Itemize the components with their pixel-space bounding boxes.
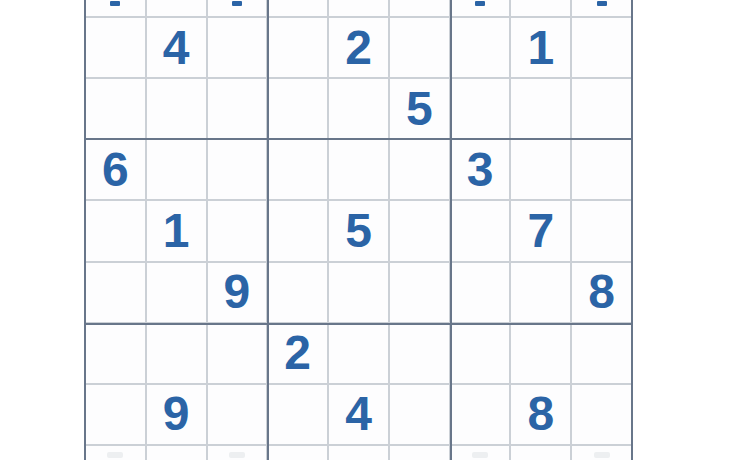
sudoku-cell-r2c3[interactable] [208,18,267,77]
sudoku-cell-r1c5[interactable] [329,0,388,16]
sudoku-cell-r3c1[interactable] [86,79,145,138]
sudoku-cell-r2c7[interactable] [451,18,510,77]
sudoku-cell-r7c7[interactable] [451,324,510,383]
cut-off-digit-fragment [107,452,123,458]
sudoku-cell-r8c6[interactable] [390,385,449,444]
given-digit: 8 [588,268,615,316]
given-digit: 4 [345,390,372,438]
sudoku-cell-r7c6[interactable] [390,324,449,383]
given-digit: 2 [345,24,372,72]
sudoku-cell-r8c5[interactable]: 4 [329,385,388,444]
sudoku-cell-r3c9[interactable] [572,79,631,138]
sudoku-cell-r2c1[interactable] [86,18,145,77]
sudoku-cell-r6c2[interactable] [147,263,206,322]
given-digit: 1 [163,207,190,255]
sudoku-cell-r2c8[interactable]: 1 [511,18,570,77]
sudoku-cell-r8c3[interactable] [208,385,267,444]
sudoku-cell-r6c8[interactable] [511,263,570,322]
sudoku-cell-r9c6[interactable] [390,446,449,460]
box-boundary-horizontal-bottom [86,323,631,325]
sudoku-cell-r7c2[interactable] [147,324,206,383]
given-digit: 8 [527,390,554,438]
sudoku-cell-r9c5[interactable] [329,446,388,460]
sudoku-cell-r5c6[interactable] [390,201,449,260]
sudoku-cell-r7c8[interactable] [511,324,570,383]
sudoku-cell-r7c5[interactable] [329,324,388,383]
sudoku-cell-r5c7[interactable] [451,201,510,260]
sudoku-cell-r6c5[interactable] [329,263,388,322]
sudoku-cell-r1c8[interactable] [511,0,570,16]
box-boundary-horizontal-top [86,138,631,140]
sudoku-cell-r3c4[interactable] [268,79,327,138]
sudoku-screen: 421563157982948 [0,0,736,460]
sudoku-cell-r7c1[interactable] [86,324,145,383]
box-boundary-vertical-left [267,0,269,460]
sudoku-cell-r4c5[interactable] [329,140,388,199]
sudoku-cell-r3c8[interactable] [511,79,570,138]
sudoku-cell-r9c9[interactable] [572,446,631,460]
sudoku-cell-r2c6[interactable] [390,18,449,77]
sudoku-cell-r3c6[interactable]: 5 [390,79,449,138]
sudoku-cell-r1c3[interactable] [208,0,267,16]
cut-off-digit-fragment [229,452,245,458]
sudoku-cell-r8c4[interactable] [268,385,327,444]
sudoku-cell-r5c5[interactable]: 5 [329,201,388,260]
sudoku-cell-r8c2[interactable]: 9 [147,385,206,444]
sudoku-cell-r7c3[interactable] [208,324,267,383]
sudoku-cell-r8c7[interactable] [451,385,510,444]
cut-off-digit-fragment [232,1,242,6]
sudoku-cell-r1c2[interactable] [147,0,206,16]
given-digit: 6 [102,146,129,194]
given-digit: 3 [467,146,494,194]
cut-off-digit-fragment [475,1,485,6]
cut-off-digit-fragment [110,1,120,6]
sudoku-cell-r1c9[interactable] [572,0,631,16]
sudoku-cell-r9c8[interactable] [511,446,570,460]
sudoku-cell-r2c2[interactable]: 4 [147,18,206,77]
sudoku-cell-r5c3[interactable] [208,201,267,260]
given-digit: 7 [527,207,554,255]
box-boundary-vertical-right [450,0,452,460]
given-digit: 5 [345,207,372,255]
given-digit: 5 [406,85,433,133]
sudoku-cell-r9c1[interactable] [86,446,145,460]
sudoku-cell-r6c4[interactable] [268,263,327,322]
sudoku-cell-r3c5[interactable] [329,79,388,138]
sudoku-cell-r2c5[interactable]: 2 [329,18,388,77]
sudoku-cell-r5c1[interactable] [86,201,145,260]
sudoku-cell-r1c7[interactable] [451,0,510,16]
sudoku-cell-r6c3[interactable]: 9 [208,263,267,322]
sudoku-cell-r4c1[interactable]: 6 [86,140,145,199]
sudoku-cell-r5c2[interactable]: 1 [147,201,206,260]
sudoku-cell-r3c7[interactable] [451,79,510,138]
sudoku-cell-r3c3[interactable] [208,79,267,138]
sudoku-cell-r5c4[interactable] [268,201,327,260]
sudoku-cell-r1c1[interactable] [86,0,145,16]
cut-off-digit-fragment [472,452,488,458]
sudoku-cell-r5c9[interactable] [572,201,631,260]
sudoku-cell-r6c7[interactable] [451,263,510,322]
given-digit: 4 [163,24,190,72]
sudoku-cell-r4c9[interactable] [572,140,631,199]
sudoku-cell-r4c4[interactable] [268,140,327,199]
cut-off-digit-fragment [594,452,610,458]
sudoku-cell-r6c1[interactable] [86,263,145,322]
sudoku-cell-r6c6[interactable] [390,263,449,322]
sudoku-cell-r4c3[interactable] [208,140,267,199]
sudoku-cell-r7c9[interactable] [572,324,631,383]
sudoku-cell-r9c3[interactable] [208,446,267,460]
sudoku-cell-r8c8[interactable]: 8 [511,385,570,444]
sudoku-cell-r4c2[interactable] [147,140,206,199]
sudoku-cell-r1c6[interactable] [390,0,449,16]
given-digit: 2 [284,329,311,377]
given-digit: 1 [527,24,554,72]
sudoku-cell-r4c6[interactable] [390,140,449,199]
sudoku-cell-r9c7[interactable] [451,446,510,460]
sudoku-cell-r6c9[interactable]: 8 [572,263,631,322]
sudoku-cell-r1c4[interactable] [268,0,327,16]
sudoku-cell-r2c4[interactable] [268,18,327,77]
sudoku-cell-r4c8[interactable] [511,140,570,199]
cut-off-digit-fragment [597,1,607,6]
sudoku-cell-r5c8[interactable]: 7 [511,201,570,260]
sudoku-cell-r4c7[interactable]: 3 [451,140,510,199]
sudoku-cell-r2c9[interactable] [572,18,631,77]
given-digit: 9 [163,390,190,438]
sudoku-board: 421563157982948 [84,0,633,460]
sudoku-cell-r9c2[interactable] [147,446,206,460]
sudoku-cell-r7c4[interactable]: 2 [268,324,327,383]
sudoku-cell-r3c2[interactable] [147,79,206,138]
sudoku-cell-r8c1[interactable] [86,385,145,444]
given-digit: 9 [224,268,251,316]
sudoku-cell-r8c9[interactable] [572,385,631,444]
sudoku-cell-r9c4[interactable] [268,446,327,460]
